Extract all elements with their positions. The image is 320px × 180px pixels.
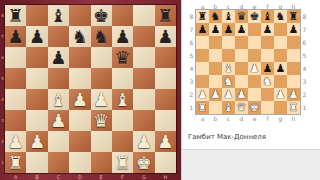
white-rook[interactable]: ♜ [5, 152, 26, 173]
square-a3[interactable] [5, 110, 26, 131]
coord-label: 7 [300, 23, 309, 36]
square-d5[interactable] [69, 68, 90, 89]
square-d4 [235, 62, 248, 75]
square-c5 [222, 49, 235, 62]
black-pawn: ♟ [287, 23, 300, 36]
square-c3: ♞ [222, 75, 235, 88]
square-b2[interactable]: ♟ [26, 131, 47, 152]
square-d1: ♛ [235, 101, 248, 114]
square-c5[interactable] [48, 68, 69, 89]
main-board-grid[interactable]: ♜♝♚♜♟♟♞♞♟♟♟♛♝♟♟♝♟♛♟♟♟♟♜♜♚ [5, 5, 176, 173]
square-c8[interactable]: ♝ [48, 5, 69, 26]
square-d3[interactable] [69, 110, 90, 131]
square-c6[interactable]: ♟ [48, 47, 69, 68]
square-e8: ♚ [248, 10, 261, 23]
square-h7: ♟ [287, 23, 300, 36]
square-g5 [274, 49, 287, 62]
white-pawn[interactable]: ♟ [69, 89, 90, 110]
square-c8: ♝ [222, 10, 235, 23]
coord-label: g [133, 173, 154, 180]
white-rook: ♜ [196, 101, 209, 114]
square-h4[interactable] [155, 89, 176, 110]
white-king[interactable]: ♚ [133, 152, 154, 173]
coord-label: d [235, 2, 248, 10]
black-king[interactable]: ♚ [91, 5, 112, 26]
coord-label: 8 [187, 10, 196, 23]
square-g3 [274, 75, 287, 88]
square-d6[interactable] [69, 47, 90, 68]
square-b6 [209, 36, 222, 49]
square-c3[interactable]: ♟ [48, 110, 69, 131]
square-c1: ♝ [222, 101, 235, 114]
coord-label: f [261, 114, 274, 122]
square-a8: ♜ [196, 10, 209, 23]
square-e4: ♟ [248, 62, 261, 75]
white-king: ♚ [248, 101, 261, 114]
black-knight[interactable]: ♞ [91, 26, 112, 47]
square-b5[interactable] [26, 68, 47, 89]
black-bishop: ♝ [222, 10, 235, 23]
square-h8: ♜ [287, 10, 300, 23]
square-a5[interactable] [5, 68, 26, 89]
panel-bottom-area [182, 149, 320, 180]
square-g4: ♟ [274, 62, 287, 75]
black-pawn[interactable]: ♟ [48, 47, 69, 68]
diagram-file-labels-top: abcdefgh [196, 2, 300, 10]
square-g8: ♞ [274, 10, 287, 23]
white-pawn[interactable]: ♟ [26, 131, 47, 152]
square-f7: ♟ [261, 23, 274, 36]
square-d6 [235, 36, 248, 49]
square-e4[interactable]: ♟ [91, 89, 112, 110]
coord-label: f [112, 173, 133, 180]
square-h2[interactable]: ♟ [155, 131, 176, 152]
square-b3[interactable] [26, 110, 47, 131]
coord-label: 5 [300, 49, 309, 62]
square-f6 [261, 36, 274, 49]
square-a7[interactable]: ♟ [5, 26, 26, 47]
square-h6 [287, 36, 300, 49]
black-bishop[interactable]: ♝ [48, 5, 69, 26]
square-e7[interactable]: ♞ [91, 26, 112, 47]
square-g1[interactable]: ♚ [133, 152, 154, 173]
main-board-file-labels: abcdefgh [5, 173, 176, 180]
opening-name: Гамбит Мак-Доннеля [188, 133, 318, 141]
coord-label: g [274, 2, 287, 10]
square-f5[interactable] [112, 68, 133, 89]
white-pawn[interactable]: ♟ [91, 89, 112, 110]
square-f2 [261, 88, 274, 101]
square-a4 [196, 62, 209, 75]
square-e6[interactable] [91, 47, 112, 68]
white-pawn: ♟ [287, 88, 300, 101]
square-f1[interactable]: ♜ [112, 152, 133, 173]
black-knight: ♞ [209, 10, 222, 23]
square-h4 [287, 62, 300, 75]
white-pawn: ♟ [222, 88, 235, 101]
black-pawn: ♟ [235, 23, 248, 36]
square-a2[interactable]: ♟ [5, 131, 26, 152]
black-bishop: ♝ [261, 10, 274, 23]
coord-label: h [155, 173, 176, 180]
black-rook[interactable]: ♜ [155, 5, 176, 26]
white-rook[interactable]: ♜ [112, 152, 133, 173]
square-d7[interactable]: ♞ [69, 26, 90, 47]
square-f3: ♞ [261, 75, 274, 88]
square-g2[interactable]: ♟ [133, 131, 154, 152]
square-b3 [209, 75, 222, 88]
square-c2[interactable] [48, 131, 69, 152]
black-knight: ♞ [274, 10, 287, 23]
square-g4[interactable] [133, 89, 154, 110]
coord-label: 5 [187, 49, 196, 62]
square-b8[interactable] [26, 5, 47, 26]
white-pawn: ♟ [248, 62, 261, 75]
black-pawn[interactable]: ♟ [112, 26, 133, 47]
square-g1 [274, 101, 287, 114]
coord-label: c [222, 114, 235, 122]
coord-label: 3 [300, 75, 309, 88]
square-e3[interactable]: ♛ [91, 110, 112, 131]
white-knight: ♞ [261, 75, 274, 88]
white-pawn[interactable]: ♟ [133, 131, 154, 152]
coord-label: b [209, 114, 222, 122]
black-pawn[interactable]: ♟ [5, 26, 26, 47]
white-pawn: ♟ [196, 88, 209, 101]
coord-label: b [209, 2, 222, 10]
square-b1[interactable] [26, 152, 47, 173]
square-h1[interactable] [155, 152, 176, 173]
square-a4[interactable] [5, 89, 26, 110]
white-pawn[interactable]: ♟ [155, 131, 176, 152]
chess-app-window: 87654321 ♜♝♚♜♟♟♞♞♟♟♟♛♝♟♟♝♟♛♟♟♟♟♜♜♚ abcde… [0, 0, 320, 180]
coord-label: g [274, 114, 287, 122]
black-rook: ♜ [196, 10, 209, 23]
coord-label: c [48, 173, 69, 180]
square-a3 [196, 75, 209, 88]
square-b7[interactable]: ♟ [26, 26, 47, 47]
black-rook[interactable]: ♜ [5, 5, 26, 26]
square-b4[interactable] [26, 89, 47, 110]
square-b4 [209, 62, 222, 75]
square-f8: ♝ [261, 10, 274, 23]
white-queen: ♛ [235, 101, 248, 114]
square-b6[interactable] [26, 47, 47, 68]
coord-label: 3 [187, 75, 196, 88]
square-a1: ♜ [196, 101, 209, 114]
square-f5 [261, 49, 274, 62]
square-f2[interactable] [112, 131, 133, 152]
coord-label: f [261, 2, 274, 10]
white-pawn: ♟ [274, 88, 287, 101]
coord-label: 4 [187, 62, 196, 75]
coord-label: 6 [300, 36, 309, 49]
square-g5[interactable] [133, 68, 154, 89]
square-b2: ♟ [209, 88, 222, 101]
black-pawn: ♟ [261, 23, 274, 36]
coord-label: e [91, 173, 112, 180]
square-f4[interactable]: ♝ [112, 89, 133, 110]
square-f4: ♟ [261, 62, 274, 75]
square-a6[interactable] [5, 47, 26, 68]
coord-label: d [69, 173, 90, 180]
white-bishop: ♝ [222, 62, 235, 75]
square-d8[interactable] [69, 5, 90, 26]
square-d4[interactable]: ♟ [69, 89, 90, 110]
square-g3[interactable] [133, 110, 154, 131]
coord-label: 4 [300, 62, 309, 75]
white-bishop[interactable]: ♝ [48, 89, 69, 110]
coord-label: 2 [187, 88, 196, 101]
coord-label: d [235, 114, 248, 122]
square-h8[interactable]: ♜ [155, 5, 176, 26]
square-c4[interactable]: ♝ [48, 89, 69, 110]
white-knight: ♞ [222, 75, 235, 88]
black-pawn: ♟ [196, 23, 209, 36]
square-b5 [209, 49, 222, 62]
coord-label: a [196, 114, 209, 122]
square-g7 [274, 23, 287, 36]
square-a6 [196, 36, 209, 49]
white-pawn: ♟ [209, 88, 222, 101]
square-d5 [235, 49, 248, 62]
coord-label: h [287, 2, 300, 10]
white-queen[interactable]: ♛ [91, 110, 112, 131]
diagram-rank-labels-left: 87654321 [187, 10, 196, 114]
square-h3 [287, 75, 300, 88]
black-pawn: ♟ [261, 62, 274, 75]
diagram-file-labels-bottom: abcdefgh [196, 114, 300, 122]
square-d8: ♛ [235, 10, 248, 23]
square-e2 [248, 88, 261, 101]
black-queen: ♛ [235, 10, 248, 23]
square-g7[interactable] [133, 26, 154, 47]
coord-label: 8 [300, 10, 309, 23]
square-c7: ♟ [222, 23, 235, 36]
square-d2[interactable] [69, 131, 90, 152]
black-knight[interactable]: ♞ [69, 26, 90, 47]
square-f3[interactable] [112, 110, 133, 131]
coord-label: 7 [187, 23, 196, 36]
square-e7 [248, 23, 261, 36]
coord-label: 1 [187, 101, 196, 114]
square-c1[interactable] [48, 152, 69, 173]
square-h1: ♜ [287, 101, 300, 114]
square-e8[interactable]: ♚ [91, 5, 112, 26]
square-c6 [222, 36, 235, 49]
square-e5[interactable] [91, 68, 112, 89]
diagram-board-grid: ♜♞♝♛♚♝♞♜♟♟♟♟♟♟♝♟♟♟♞♞♟♟♟♟♟♟♜♝♛♚♜ [196, 10, 300, 114]
coord-label: e [248, 114, 261, 122]
square-h6[interactable] [155, 47, 176, 68]
white-rook: ♜ [287, 101, 300, 114]
white-pawn[interactable]: ♟ [48, 110, 69, 131]
square-g2: ♟ [274, 88, 287, 101]
square-a5 [196, 49, 209, 62]
square-d2: ♟ [235, 88, 248, 101]
square-b7: ♟ [209, 23, 222, 36]
square-a1[interactable]: ♜ [5, 152, 26, 173]
black-pawn[interactable]: ♟ [155, 26, 176, 47]
black-rook: ♜ [287, 10, 300, 23]
square-d7: ♟ [235, 23, 248, 36]
square-f1 [261, 101, 274, 114]
coord-label: b [26, 173, 47, 180]
black-queen[interactable]: ♛ [112, 47, 133, 68]
coord-label: c [222, 2, 235, 10]
square-g6 [274, 36, 287, 49]
square-h2: ♟ [287, 88, 300, 101]
square-b8: ♞ [209, 10, 222, 23]
black-pawn[interactable]: ♟ [26, 26, 47, 47]
black-pawn: ♟ [222, 23, 235, 36]
square-g8[interactable] [133, 5, 154, 26]
black-pawn: ♟ [274, 62, 287, 75]
black-pawn: ♟ [209, 23, 222, 36]
square-d3 [235, 75, 248, 88]
coord-label: a [196, 2, 209, 10]
opening-diagram: abcdefgh 87654321 ♜♞♝♛♚♝♞♜♟♟♟♟♟♟♝♟♟♟♞♞♟♟… [187, 2, 309, 122]
coord-label: h [287, 114, 300, 122]
coord-label: e [248, 2, 261, 10]
square-c2: ♟ [222, 88, 235, 101]
square-c7[interactable] [48, 26, 69, 47]
square-a2: ♟ [196, 88, 209, 101]
square-f6[interactable]: ♛ [112, 47, 133, 68]
square-f8[interactable] [112, 5, 133, 26]
coord-label: 2 [300, 88, 309, 101]
black-king: ♚ [248, 10, 261, 23]
white-bishop: ♝ [222, 101, 235, 114]
square-b1 [209, 101, 222, 114]
white-pawn: ♟ [235, 88, 248, 101]
opening-panel: abcdefgh 87654321 ♜♞♝♛♚♝♞♜♟♟♟♟♟♟♝♟♟♟♞♞♟♟… [181, 0, 320, 180]
square-e1: ♚ [248, 101, 261, 114]
coord-label: 1 [300, 101, 309, 114]
square-e5 [248, 49, 261, 62]
diagram-rank-labels-right: 87654321 [300, 10, 309, 114]
white-bishop[interactable]: ♝ [112, 89, 133, 110]
square-a7: ♟ [196, 23, 209, 36]
square-h5[interactable] [155, 68, 176, 89]
square-f7[interactable]: ♟ [112, 26, 133, 47]
coord-label: a [5, 173, 26, 180]
square-a8[interactable]: ♜ [5, 5, 26, 26]
square-g6[interactable] [133, 47, 154, 68]
square-d1[interactable] [69, 152, 90, 173]
square-e2[interactable] [91, 131, 112, 152]
square-h7[interactable]: ♟ [155, 26, 176, 47]
white-pawn[interactable]: ♟ [5, 131, 26, 152]
main-board: 87654321 ♜♝♚♜♟♟♞♞♟♟♟♛♝♟♟♝♟♛♟♟♟♟♜♜♚ abcde… [0, 0, 181, 180]
coord-label: 6 [187, 36, 196, 49]
square-e1[interactable] [91, 152, 112, 173]
square-h5 [287, 49, 300, 62]
square-c4: ♝ [222, 62, 235, 75]
square-h3[interactable] [155, 110, 176, 131]
square-e3 [248, 75, 261, 88]
square-e6 [248, 36, 261, 49]
